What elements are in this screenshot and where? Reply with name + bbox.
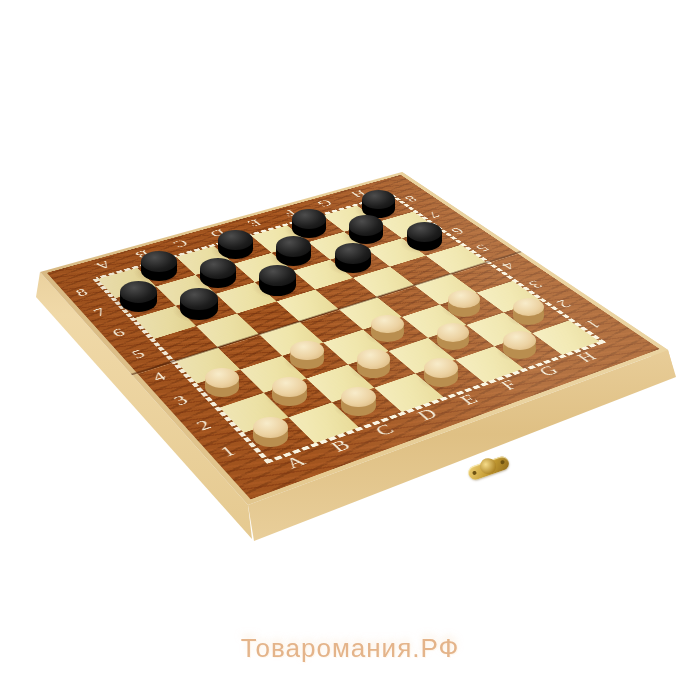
watermark-text: Товаромания.РФ	[0, 633, 700, 664]
file-label-far-e: E	[238, 215, 269, 230]
rank-label-left-5: 5	[121, 345, 157, 365]
brass-clasp-icon	[466, 452, 513, 486]
file-label-far-d: D	[202, 225, 233, 240]
rank-label-left-2: 2	[185, 414, 224, 437]
game-board: AABBCCDDEEFFGGHH8877665544332211	[40, 172, 668, 505]
rank-label-left-8: 8	[65, 284, 98, 301]
file-label-far-h: H	[343, 187, 374, 201]
product-photo: AABBCCDDEEFFGGHH8877665544332211 Товаром…	[0, 0, 700, 700]
file-label-far-f: F	[274, 206, 305, 220]
rank-label-left-6: 6	[101, 323, 136, 342]
rank-label-left-1: 1	[208, 440, 248, 464]
board-squares	[97, 196, 599, 459]
file-label-far-b: B	[126, 246, 158, 262]
file-label-far-a: A	[87, 257, 119, 273]
rank-label-left-3: 3	[162, 390, 200, 412]
rank-label-left-7: 7	[83, 303, 117, 321]
file-label-far-g: G	[309, 196, 340, 210]
file-label-far-c: C	[164, 236, 196, 251]
